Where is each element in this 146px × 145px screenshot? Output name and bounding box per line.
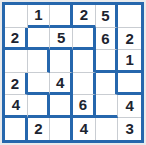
cell-r4c6-empty[interactable] xyxy=(118,73,141,96)
cell-r1c2-given-1[interactable]: 1 xyxy=(28,5,51,28)
puzzle-page: 1252562124464243 xyxy=(0,0,146,145)
cell-r6c3-empty[interactable] xyxy=(50,118,73,141)
cell-r3c2-empty[interactable] xyxy=(28,50,51,73)
cell-r3c4-empty[interactable] xyxy=(73,50,96,73)
cell-r3c5-empty[interactable] xyxy=(96,50,119,73)
cell-r5c1-given-4[interactable]: 4 xyxy=(5,95,28,118)
cell-r2c4-empty[interactable] xyxy=(73,28,96,51)
cell-r6c5-empty[interactable] xyxy=(96,118,119,141)
cell-r1c6-empty[interactable] xyxy=(118,5,141,28)
cell-r2c1-given-2[interactable]: 2 xyxy=(5,28,28,51)
cell-r2c2-empty[interactable] xyxy=(28,28,51,51)
cell-r3c6-given-1[interactable]: 1 xyxy=(118,50,141,73)
cell-r2c5-given-6[interactable]: 6 xyxy=(96,28,119,51)
cell-r3c1-empty[interactable] xyxy=(5,50,28,73)
cell-r1c1-empty[interactable] xyxy=(5,5,28,28)
cell-r6c1-empty[interactable] xyxy=(5,118,28,141)
cell-r4c3-given-4[interactable]: 4 xyxy=(50,73,73,96)
cell-r6c6-given-3[interactable]: 3 xyxy=(118,118,141,141)
cell-r6c4-given-4[interactable]: 4 xyxy=(73,118,96,141)
cell-r4c1-given-2[interactable]: 2 xyxy=(5,73,28,96)
cell-r2c3-given-5[interactable]: 5 xyxy=(50,28,73,51)
cell-r5c2-empty[interactable] xyxy=(28,95,51,118)
cell-r1c4-given-2[interactable]: 2 xyxy=(73,5,96,28)
cell-r4c2-empty[interactable] xyxy=(28,73,51,96)
cell-r5c6-given-4[interactable]: 4 xyxy=(118,95,141,118)
cell-r5c5-empty[interactable] xyxy=(96,95,119,118)
cell-r3c3-empty[interactable] xyxy=(50,50,73,73)
cell-r1c5-given-5[interactable]: 5 xyxy=(96,5,119,28)
cell-r4c4-empty[interactable] xyxy=(73,73,96,96)
puzzle-board: 1252562124464243 xyxy=(2,2,144,143)
cell-r5c4-given-6[interactable]: 6 xyxy=(73,95,96,118)
cell-r4c5-empty[interactable] xyxy=(96,73,119,96)
cell-r1c3-empty[interactable] xyxy=(50,5,73,28)
cell-r5c3-empty[interactable] xyxy=(50,95,73,118)
cell-r6c2-given-2[interactable]: 2 xyxy=(28,118,51,141)
cell-r2c6-given-2[interactable]: 2 xyxy=(118,28,141,51)
